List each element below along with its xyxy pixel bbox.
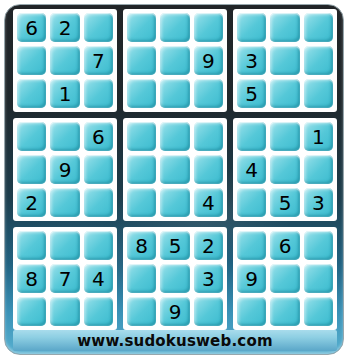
cell-r9c3[interactable] [84, 297, 113, 326]
cell-r4c3[interactable]: 6 [84, 122, 113, 151]
cell-r9c1[interactable] [17, 297, 46, 326]
cell-r5c1[interactable] [17, 155, 46, 184]
cell-r6c2[interactable] [50, 188, 79, 217]
cell-r1c7[interactable] [237, 13, 266, 42]
cell-r7c7[interactable] [237, 231, 266, 260]
cell-r3c9[interactable] [304, 79, 333, 108]
cell-r4c6[interactable] [194, 122, 223, 151]
sudoku-board: 6271935692414538748523969 www.sudokusweb… [0, 0, 350, 360]
cell-r2c6[interactable]: 9 [194, 46, 223, 75]
cell-r1c2[interactable]: 2 [50, 13, 79, 42]
cell-r2c9[interactable] [304, 46, 333, 75]
cell-r8c6[interactable]: 3 [194, 264, 223, 293]
cell-r8c5[interactable] [160, 264, 189, 293]
cell-r2c3[interactable]: 7 [84, 46, 113, 75]
cell-r6c7[interactable] [237, 188, 266, 217]
cell-r5c5[interactable] [160, 155, 189, 184]
cell-r4c9[interactable]: 1 [304, 122, 333, 151]
sudoku-box-r1c2: 9 [123, 9, 227, 112]
cell-r9c6[interactable] [194, 297, 223, 326]
cell-r4c1[interactable] [17, 122, 46, 151]
cell-r5c7[interactable]: 4 [237, 155, 266, 184]
cell-r7c3[interactable] [84, 231, 113, 260]
cell-r6c8[interactable]: 5 [270, 188, 299, 217]
cell-r3c2[interactable]: 1 [50, 79, 79, 108]
cell-r8c4[interactable] [127, 264, 156, 293]
cell-r7c2[interactable] [50, 231, 79, 260]
cell-r1c8[interactable] [270, 13, 299, 42]
cell-r5c4[interactable] [127, 155, 156, 184]
cell-r9c4[interactable] [127, 297, 156, 326]
cell-r5c6[interactable] [194, 155, 223, 184]
sudoku-box-r1c3: 35 [233, 9, 337, 112]
cell-r1c5[interactable] [160, 13, 189, 42]
cell-r5c9[interactable] [304, 155, 333, 184]
sudoku-box-r2c1: 692 [13, 118, 117, 221]
cell-r6c1[interactable]: 2 [17, 188, 46, 217]
cell-r7c5[interactable]: 5 [160, 231, 189, 260]
cell-r8c9[interactable] [304, 264, 333, 293]
cell-r9c9[interactable] [304, 297, 333, 326]
cell-r2c1[interactable] [17, 46, 46, 75]
cell-r5c8[interactable] [270, 155, 299, 184]
sudoku-box-r2c2: 4 [123, 118, 227, 221]
cell-r6c3[interactable] [84, 188, 113, 217]
cell-r4c2[interactable] [50, 122, 79, 151]
cell-r4c7[interactable] [237, 122, 266, 151]
sudoku-box-r3c2: 85239 [123, 227, 227, 330]
cell-r5c2[interactable]: 9 [50, 155, 79, 184]
cell-r3c4[interactable] [127, 79, 156, 108]
footer-band: www.sudokusweb.com [13, 330, 337, 351]
cell-r9c7[interactable] [237, 297, 266, 326]
cell-r2c5[interactable] [160, 46, 189, 75]
cell-r4c4[interactable] [127, 122, 156, 151]
cell-r8c7[interactable]: 9 [237, 264, 266, 293]
cell-r7c1[interactable] [17, 231, 46, 260]
cell-r8c1[interactable]: 8 [17, 264, 46, 293]
cell-r9c8[interactable] [270, 297, 299, 326]
cell-r6c5[interactable] [160, 188, 189, 217]
cell-r3c3[interactable] [84, 79, 113, 108]
cell-r6c4[interactable] [127, 188, 156, 217]
cell-r3c8[interactable] [270, 79, 299, 108]
cell-r9c2[interactable] [50, 297, 79, 326]
cell-r3c1[interactable] [17, 79, 46, 108]
cell-r1c9[interactable] [304, 13, 333, 42]
cell-r3c5[interactable] [160, 79, 189, 108]
cell-r3c6[interactable] [194, 79, 223, 108]
sudoku-box-r1c1: 6271 [13, 9, 117, 112]
cell-r1c6[interactable] [194, 13, 223, 42]
cell-r4c8[interactable] [270, 122, 299, 151]
cell-r1c1[interactable]: 6 [17, 13, 46, 42]
cell-r5c3[interactable] [84, 155, 113, 184]
cell-r2c2[interactable] [50, 46, 79, 75]
cell-r2c8[interactable] [270, 46, 299, 75]
sudoku-box-r3c1: 874 [13, 227, 117, 330]
sudoku-box-r2c3: 1453 [233, 118, 337, 221]
cell-r7c4[interactable]: 8 [127, 231, 156, 260]
cell-r7c9[interactable] [304, 231, 333, 260]
cell-r6c9[interactable]: 3 [304, 188, 333, 217]
cell-r8c8[interactable] [270, 264, 299, 293]
sudoku-grid: 6271935692414538748523969 [13, 9, 337, 330]
cell-r7c6[interactable]: 2 [194, 231, 223, 260]
website-url: www.sudokusweb.com [77, 332, 272, 350]
cell-r1c3[interactable] [84, 13, 113, 42]
cell-r7c8[interactable]: 6 [270, 231, 299, 260]
cell-r1c4[interactable] [127, 13, 156, 42]
cell-r2c4[interactable] [127, 46, 156, 75]
cell-r4c5[interactable] [160, 122, 189, 151]
cell-r6c6[interactable]: 4 [194, 188, 223, 217]
cell-r8c3[interactable]: 4 [84, 264, 113, 293]
cell-r8c2[interactable]: 7 [50, 264, 79, 293]
sudoku-box-r3c3: 69 [233, 227, 337, 330]
cell-r3c7[interactable]: 5 [237, 79, 266, 108]
cell-r9c5[interactable]: 9 [160, 297, 189, 326]
cell-r2c7[interactable]: 3 [237, 46, 266, 75]
